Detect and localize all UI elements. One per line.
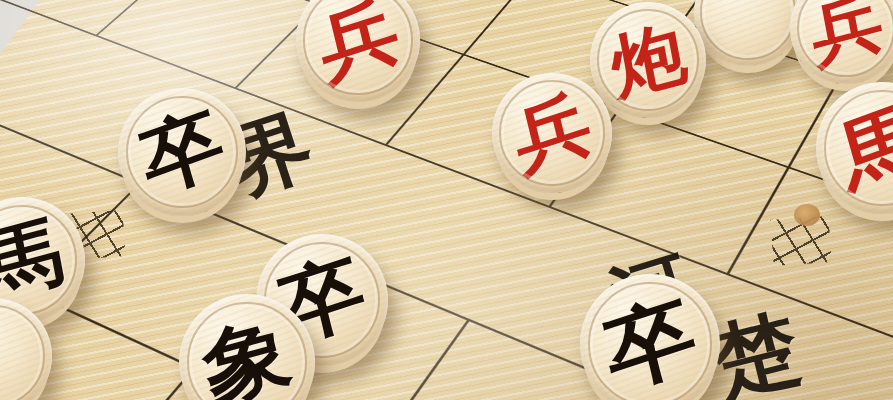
black-elephant-character: 象 (197, 310, 297, 400)
xiangqi-board-photo: 界河楚兵炮兵兵馬卒馬卒象卒 (0, 0, 893, 400)
red-soldier-character: 兵 (506, 86, 597, 181)
red-soldier-character: 兵 (804, 0, 887, 71)
black-horse-character: 馬 (0, 212, 69, 308)
piece-red-cannon[interactable]: 炮 (590, 2, 706, 118)
red-horse-character: 馬 (831, 95, 893, 202)
black-soldier-character: 卒 (133, 101, 232, 204)
black-soldier-character: 卒 (597, 289, 704, 400)
red-soldier-character: 兵 (311, 0, 406, 89)
piece-red-soldier[interactable]: 兵 (492, 73, 612, 193)
red-cannon-character: 炮 (605, 16, 690, 104)
piece-black-soldier[interactable]: 卒 (118, 88, 246, 216)
